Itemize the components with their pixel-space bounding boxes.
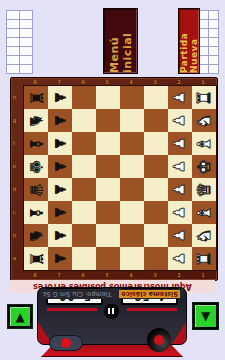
chess-app: Menú inicial Partida Nueva 87654321 8765… <box>0 0 225 360</box>
board-square[interactable]: ♞ <box>192 109 216 132</box>
board-square[interactable] <box>72 178 96 201</box>
black-rook: ♜ <box>27 89 45 105</box>
board-square[interactable] <box>120 224 144 247</box>
coord-label: e <box>13 154 16 177</box>
white-knight: ♞ <box>195 112 213 128</box>
coord-label: 6 <box>71 272 95 278</box>
board-square[interactable]: ♟ <box>168 247 192 270</box>
board-square[interactable]: ♞ <box>24 224 48 247</box>
white-knight: ♞ <box>195 227 213 243</box>
knob-red-dot <box>61 338 71 348</box>
white-pawn: ♟ <box>172 252 187 265</box>
board-square[interactable]: ♟ <box>168 178 192 201</box>
board-square[interactable] <box>144 178 168 201</box>
board-square[interactable] <box>144 86 168 109</box>
move-grid-cell <box>209 65 218 73</box>
coord-label: f <box>13 131 16 154</box>
board-square[interactable] <box>120 178 144 201</box>
board-square[interactable] <box>72 201 96 224</box>
move-grid-cell <box>7 47 19 55</box>
move-grid-cell <box>209 47 218 55</box>
black-pawn: ♟ <box>52 252 67 265</box>
white-pawn: ♟ <box>172 160 187 173</box>
board-square[interactable] <box>120 201 144 224</box>
time-setting-label: Tiempo: C/u 5m G 5s <box>43 290 111 298</box>
white-pawn: ♟ <box>172 206 187 219</box>
chess-board: ♜♟♟♜♞♟♟♞♝♟♟♝♚♟♟♚♛♟♟♛♝♟♟♝♞♟♟♞♜♟♟♜ <box>23 85 217 271</box>
move-grid-cell <box>199 47 208 55</box>
board-square[interactable] <box>120 132 144 155</box>
white-rook: ♜ <box>195 250 213 266</box>
board-square[interactable] <box>144 201 168 224</box>
board-square[interactable]: ♞ <box>192 224 216 247</box>
coord-label: c <box>13 200 16 223</box>
board-square[interactable]: ♜ <box>24 247 48 270</box>
black-pawn: ♟ <box>52 114 67 127</box>
move-grid-left <box>6 10 33 74</box>
move-grid-cell <box>209 11 218 19</box>
board-square[interactable]: ♟ <box>48 86 72 109</box>
board-square[interactable]: ♟ <box>168 109 192 132</box>
coord-label: b <box>13 223 16 246</box>
clock-red-wedge-left <box>172 322 186 344</box>
move-grid-cell <box>20 29 32 37</box>
board-square[interactable]: ♟ <box>48 224 72 247</box>
move-grid-cell <box>209 38 218 46</box>
white-king: ♚ <box>195 158 213 174</box>
board-square[interactable]: ♚ <box>192 155 216 178</box>
white-pawn: ♟ <box>172 114 187 127</box>
white-pawn: ♟ <box>172 229 187 242</box>
white-pawn: ♟ <box>172 137 187 150</box>
white-clock-knob[interactable] <box>49 335 83 351</box>
move-grid-cell <box>199 38 208 46</box>
black-bishop: ♝ <box>27 204 45 220</box>
board-square[interactable]: ♟ <box>168 224 192 247</box>
move-grid-cell <box>199 29 208 37</box>
board-square[interactable]: ♝ <box>192 132 216 155</box>
white-bishop: ♝ <box>195 135 213 151</box>
coord-label: 4 <box>119 272 143 278</box>
pause-button[interactable] <box>104 304 119 319</box>
black-pawn: ♟ <box>52 160 67 173</box>
move-grid-cell <box>20 65 32 73</box>
board-square[interactable]: ♝ <box>192 201 216 224</box>
move-grid-cell <box>7 38 19 46</box>
file-labels-left: hgfedcba <box>13 85 16 269</box>
coord-label: a <box>13 246 16 269</box>
board-square[interactable]: ♝ <box>24 201 48 224</box>
board-square[interactable] <box>144 247 168 270</box>
board-square[interactable]: ♟ <box>48 247 72 270</box>
board-square[interactable]: ♟ <box>48 178 72 201</box>
black-pawn: ♟ <box>52 183 67 196</box>
board-square[interactable] <box>72 86 96 109</box>
coord-label: d <box>13 177 16 200</box>
board-square[interactable] <box>96 86 120 109</box>
board-frame: 87654321 87654321 hgfedcba hgfedcba ♜♟♟♜… <box>10 77 218 281</box>
board-square[interactable] <box>144 132 168 155</box>
white-queen: ♛ <box>195 181 213 197</box>
board-square[interactable]: ♝ <box>24 132 48 155</box>
move-grid-cell <box>199 11 208 19</box>
board-square[interactable] <box>120 247 144 270</box>
board-square[interactable]: ♚ <box>24 155 48 178</box>
move-grid-cell <box>7 29 19 37</box>
board-square[interactable] <box>144 109 168 132</box>
board-square[interactable] <box>72 224 96 247</box>
clock-stripe-right <box>47 308 97 311</box>
board-square[interactable] <box>72 132 96 155</box>
board-square[interactable]: ♜ <box>24 86 48 109</box>
black-bishop: ♝ <box>27 135 45 151</box>
coord-label: 8 <box>23 272 47 278</box>
black-knight: ♞ <box>27 112 45 128</box>
board-square[interactable] <box>72 155 96 178</box>
board-square[interactable] <box>120 155 144 178</box>
coord-label: 2 <box>167 272 191 278</box>
move-grid-cell <box>7 65 19 73</box>
move-grid-cell <box>7 56 19 64</box>
chess-clock: 4,59 5,00 Sistema clásico Tiempo: C/u 5m… <box>37 287 187 357</box>
pause-icon <box>109 309 111 315</box>
clock-stripe-left <box>127 308 177 311</box>
board-square[interactable]: ♟ <box>48 201 72 224</box>
coord-label: h <box>13 85 16 108</box>
black-pawn: ♟ <box>52 91 67 104</box>
move-grid-cell <box>199 65 208 73</box>
board-square[interactable]: ♞ <box>24 109 48 132</box>
board-square[interactable]: ♟ <box>168 201 192 224</box>
board-square[interactable]: ♛ <box>24 178 48 201</box>
white-rook: ♜ <box>195 89 213 105</box>
board-square[interactable] <box>96 132 120 155</box>
board-square[interactable]: ♟ <box>168 86 192 109</box>
board-square[interactable]: ♟ <box>48 109 72 132</box>
board-square[interactable] <box>144 155 168 178</box>
black-king: ♚ <box>27 158 45 174</box>
board-square[interactable] <box>96 224 120 247</box>
board-square[interactable] <box>96 109 120 132</box>
down-arrow-icon: ▼ <box>201 310 210 322</box>
coord-label: g <box>13 108 16 131</box>
up-arrow-icon: ▲ <box>15 311 24 323</box>
board-square[interactable]: ♛ <box>192 178 216 201</box>
flip-down-button[interactable]: ▼ <box>193 303 218 329</box>
move-grid-right <box>198 10 219 74</box>
board-square[interactable]: ♜ <box>192 247 216 270</box>
board-square[interactable]: ♟ <box>48 132 72 155</box>
board-square[interactable] <box>120 86 144 109</box>
white-pawn: ♟ <box>172 91 187 104</box>
board-square[interactable]: ♟ <box>48 155 72 178</box>
board-square[interactable] <box>96 178 120 201</box>
move-grid-cell <box>20 20 32 28</box>
coord-label: 1 <box>191 272 215 278</box>
board-square[interactable] <box>96 201 120 224</box>
new-game-button[interactable]: Partida Nueva <box>178 8 200 74</box>
board-square[interactable] <box>144 224 168 247</box>
black-pawn: ♟ <box>52 137 67 150</box>
board-square[interactable] <box>72 247 96 270</box>
move-grid-cell <box>209 29 218 37</box>
board-square[interactable]: ♜ <box>192 86 216 109</box>
board-square[interactable] <box>96 247 120 270</box>
black-queen: ♛ <box>27 181 45 197</box>
board-square[interactable] <box>120 109 144 132</box>
move-grid-cell <box>209 56 218 64</box>
black-rook: ♜ <box>27 250 45 266</box>
move-grid-cell <box>7 11 19 19</box>
white-pawn: ♟ <box>172 183 187 196</box>
move-grid-cell <box>199 20 208 28</box>
move-grid-cell <box>209 20 218 28</box>
black-clock-knob[interactable] <box>147 328 171 352</box>
knob-red-dot <box>154 335 164 345</box>
board-square[interactable]: ♟ <box>168 132 192 155</box>
move-grid-cell <box>199 56 208 64</box>
coord-label: 5 <box>95 272 119 278</box>
move-grid-cell <box>20 11 32 19</box>
board-square[interactable] <box>96 155 120 178</box>
flip-up-button[interactable]: ▲ <box>8 305 32 328</box>
board-square[interactable]: ♟ <box>168 155 192 178</box>
menu-button[interactable]: Menú inicial <box>103 8 138 74</box>
move-grid-cell <box>7 20 19 28</box>
black-pawn: ♟ <box>52 206 67 219</box>
coord-label: 7 <box>47 272 71 278</box>
black-pawn: ♟ <box>52 229 67 242</box>
board-square[interactable] <box>72 109 96 132</box>
coord-label: 3 <box>143 272 167 278</box>
pause-icon <box>113 309 115 315</box>
clock-footer: Sistema clásico Tiempo: C/u 5m G 5s <box>40 289 184 299</box>
white-bishop: ♝ <box>195 204 213 220</box>
move-grid-cell <box>20 56 32 64</box>
rank-labels-bottom: 87654321 <box>23 272 215 278</box>
mode-badge: Sistema clásico <box>119 290 180 298</box>
move-grid-cell <box>20 47 32 55</box>
move-grid-cell <box>20 38 32 46</box>
black-knight: ♞ <box>27 227 45 243</box>
